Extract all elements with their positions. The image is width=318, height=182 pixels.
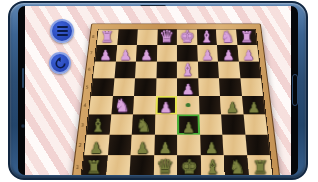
rank-label-7: 7 [90, 50, 94, 54]
game-screen: ♜♛♚♝♞♜♟♟♟♟♟♟♝♟♞♟♟♟♝♞♟♟♟♟♟♜♛♚♝♞♜ abcdefgh… [25, 6, 291, 175]
piece-white-bishop-f1[interactable]: ♝ [204, 158, 221, 175]
square-e2[interactable] [177, 134, 200, 155]
square-a6[interactable] [93, 61, 115, 78]
square-g2[interactable] [222, 134, 246, 155]
square-h1[interactable]: ♜ [247, 155, 273, 175]
square-c2[interactable]: ♟ [131, 134, 155, 155]
square-a4[interactable] [89, 96, 113, 115]
square-h4[interactable]: ♟ [242, 96, 266, 115]
square-a3[interactable]: ♝ [87, 115, 111, 135]
square-b5[interactable] [113, 78, 136, 96]
piece-white-pawn-e3[interactable]: ♟ [182, 120, 195, 135]
square-b4[interactable]: ♞ [111, 96, 134, 115]
square-f4[interactable] [199, 96, 222, 115]
square-e4[interactable] [177, 96, 199, 115]
rotate-button[interactable] [49, 52, 71, 74]
square-f5[interactable] [198, 78, 220, 96]
square-d4[interactable]: ♟ [155, 96, 177, 115]
square-b2[interactable] [107, 134, 131, 155]
piece-black-pawn-a7[interactable]: ♟ [99, 48, 111, 61]
square-f6[interactable] [197, 61, 218, 78]
rank-label-2: 2 [78, 142, 82, 148]
piece-black-pawn-h7[interactable]: ♟ [243, 48, 255, 61]
piece-black-rook-h8[interactable]: ♜ [240, 30, 253, 45]
piece-black-pawn-e5[interactable]: ♟ [181, 82, 194, 96]
piece-black-pawn-d4[interactable]: ♟ [160, 100, 173, 114]
rank-label-1: 1 [75, 164, 79, 170]
square-g7[interactable]: ♟ [217, 45, 238, 61]
square-c5[interactable] [134, 78, 156, 96]
square-e3[interactable]: ♟ [177, 115, 200, 135]
piece-white-knight-c3[interactable]: ♞ [135, 116, 151, 134]
square-e1[interactable]: ♚ [177, 155, 201, 175]
square-a2[interactable]: ♟ [84, 134, 109, 155]
piece-white-pawn-g4[interactable]: ♟ [226, 100, 239, 114]
square-g1[interactable]: ♞ [223, 155, 248, 175]
front-camera-dot [21, 124, 25, 128]
piece-black-bishop-e6[interactable]: ♝ [180, 62, 195, 79]
square-e6[interactable]: ♝ [177, 61, 198, 78]
square-f2[interactable]: ♟ [200, 134, 224, 155]
piece-white-rook-a1[interactable]: ♜ [86, 159, 102, 175]
piece-white-pawn-c2[interactable]: ♟ [135, 140, 149, 155]
square-c6[interactable] [135, 61, 156, 78]
piece-black-pawn-f7[interactable]: ♟ [202, 48, 214, 61]
square-d7[interactable] [156, 45, 176, 61]
square-f3[interactable] [199, 115, 222, 135]
square-g8[interactable]: ♞ [216, 30, 237, 45]
square-a1[interactable]: ♜ [82, 155, 108, 175]
piece-white-queen-d1[interactable]: ♛ [156, 157, 174, 175]
piece-black-pawn-g7[interactable]: ♟ [222, 48, 234, 61]
rotate-arrow-icon [54, 57, 67, 70]
square-e5[interactable]: ♟ [177, 78, 199, 96]
piece-black-king-e8[interactable]: ♚ [179, 28, 194, 45]
rank-label-5: 5 [85, 85, 89, 90]
screenshot-stage: ♜♛♚♝♞♜♟♟♟♟♟♟♝♟♞♟♟♟♝♞♟♟♟♟♟♜♛♚♝♞♜ abcdefgh… [0, 0, 318, 182]
square-b1[interactable] [106, 155, 131, 175]
piece-white-pawn-h4[interactable]: ♟ [248, 100, 261, 114]
phone-bezel: ♜♛♚♝♞♜♟♟♟♟♟♟♝♟♞♟♟♟♝♞♟♟♟♟♟♜♛♚♝♞♜ abcdefgh… [18, 6, 298, 175]
square-b7[interactable]: ♟ [115, 45, 136, 61]
square-f7[interactable]: ♟ [197, 45, 218, 61]
square-b3[interactable] [109, 115, 133, 135]
square-g6[interactable] [218, 61, 240, 78]
piece-white-pawn-a2[interactable]: ♟ [89, 140, 103, 155]
square-h5[interactable] [240, 78, 263, 96]
square-c1[interactable] [129, 155, 153, 175]
square-g4[interactable]: ♟ [220, 96, 243, 115]
rank-label-6: 6 [88, 67, 92, 72]
square-d8[interactable]: ♛ [157, 30, 177, 45]
phone-frame: ♜♛♚♝♞♜♟♟♟♟♟♟♝♟♞♟♟♟♝♞♟♟♟♟♟♜♛♚♝♞♜ abcdefgh… [8, 1, 308, 180]
square-h8[interactable]: ♜ [236, 30, 257, 45]
menu-button[interactable] [50, 19, 74, 43]
piece-white-pawn-f2[interactable]: ♟ [205, 140, 219, 155]
square-c8[interactable] [137, 30, 157, 45]
square-f8[interactable]: ♝ [196, 30, 216, 45]
square-c4[interactable] [133, 96, 156, 115]
square-f1[interactable]: ♝ [200, 155, 225, 175]
piece-white-bishop-a3[interactable]: ♝ [90, 116, 106, 134]
piece-black-pawn-b7[interactable]: ♟ [120, 48, 132, 61]
square-h2[interactable] [245, 134, 270, 155]
piece-black-bishop-f8[interactable]: ♝ [200, 29, 214, 45]
square-c7[interactable]: ♟ [136, 45, 157, 61]
earpiece-slot [22, 68, 24, 88]
rank-label-3: 3 [81, 122, 85, 127]
square-c3[interactable]: ♞ [132, 115, 155, 135]
square-b6[interactable] [114, 61, 136, 78]
square-d6[interactable] [156, 61, 177, 78]
square-e8[interactable]: ♚ [177, 30, 197, 45]
square-e7[interactable] [177, 45, 198, 61]
square-d5[interactable] [156, 78, 178, 96]
piece-black-pawn-c7[interactable]: ♟ [140, 48, 152, 61]
piece-white-rook-h1[interactable]: ♜ [253, 159, 269, 175]
rank-label-8: 8 [92, 35, 95, 39]
chess-board-3d: ♜♛♚♝♞♜♟♟♟♟♟♟♝♟♞♟♟♟♝♞♟♟♟♟♟♜♛♚♝♞♜ abcdefgh… [71, 24, 282, 175]
piece-white-pawn-d2[interactable]: ♟ [159, 140, 173, 155]
square-b8[interactable] [117, 30, 138, 45]
square-a5[interactable] [91, 78, 114, 96]
hamburger-icon [57, 26, 68, 36]
chess-board-grid: ♜♛♚♝♞♜♟♟♟♟♟♟♝♟♞♟♟♟♝♞♟♟♟♟♟♜♛♚♝♞♜ [81, 29, 274, 175]
square-a8[interactable]: ♜ [97, 30, 118, 45]
square-h6[interactable] [238, 61, 260, 78]
fingerprint-pill [292, 74, 298, 106]
piece-white-king-e1[interactable]: ♚ [180, 157, 198, 175]
square-g3[interactable] [221, 115, 245, 135]
square-h7[interactable]: ♟ [237, 45, 259, 61]
square-a7[interactable]: ♟ [95, 45, 117, 61]
piece-black-knight-g8[interactable]: ♞ [220, 29, 234, 45]
rank-label-4: 4 [83, 103, 87, 108]
piece-white-knight-g1[interactable]: ♞ [228, 158, 245, 175]
piece-black-queen-d8[interactable]: ♛ [159, 28, 174, 45]
piece-black-rook-a8[interactable]: ♜ [100, 30, 113, 45]
piece-black-knight-b4[interactable]: ♞ [114, 97, 130, 114]
square-h3[interactable] [243, 115, 267, 135]
legal-move-dot-e4[interactable] [185, 103, 190, 107]
square-d1[interactable]: ♛ [153, 155, 177, 175]
board-wood-frame: ♜♛♚♝♞♜♟♟♟♟♟♟♝♟♞♟♟♟♝♞♟♟♟♟♟♜♛♚♝♞♜ abcdefgh… [71, 24, 282, 175]
square-d3[interactable] [154, 115, 177, 135]
square-d2[interactable]: ♟ [154, 134, 177, 155]
square-g5[interactable] [219, 78, 242, 96]
